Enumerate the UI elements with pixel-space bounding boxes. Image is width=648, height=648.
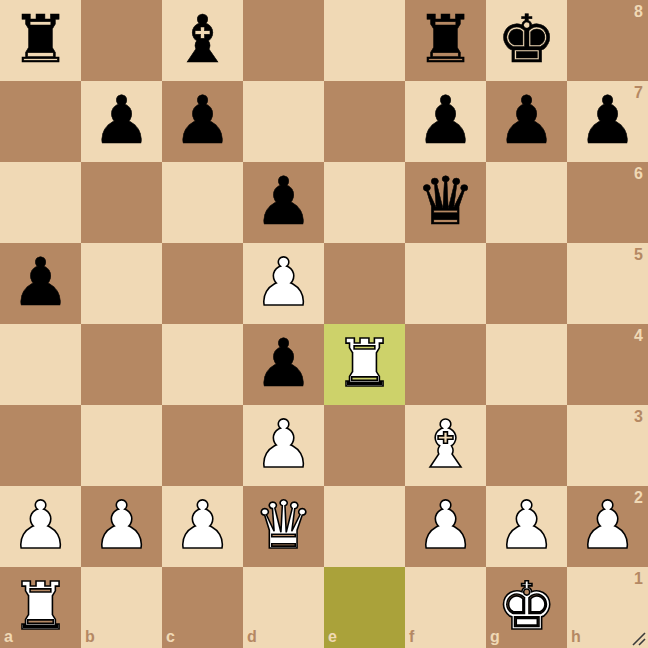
- rank-label-8: 8: [634, 4, 643, 20]
- square-h7[interactable]: ♟7: [567, 81, 648, 162]
- white-queen[interactable]: ♛: [243, 486, 324, 567]
- square-a6[interactable]: [0, 162, 81, 243]
- white-pawn[interactable]: ♟: [486, 486, 567, 567]
- square-g4[interactable]: [486, 324, 567, 405]
- square-b4[interactable]: [81, 324, 162, 405]
- square-a2[interactable]: ♟: [0, 486, 81, 567]
- chess-board[interactable]: ♜♝♜♚8♟♟♟♟♟7♟♛6♟♟5♟♜4♟♝3♟♟♟♛♟♟♟2♜abcdef♚g…: [0, 0, 648, 648]
- file-label-f: f: [409, 629, 414, 645]
- white-pawn[interactable]: ♟: [81, 486, 162, 567]
- square-e6[interactable]: [324, 162, 405, 243]
- white-bishop[interactable]: ♝: [405, 405, 486, 486]
- rank-label-5: 5: [634, 247, 643, 263]
- resize-handle-icon[interactable]: [631, 631, 647, 647]
- white-pawn[interactable]: ♟: [243, 243, 324, 324]
- square-g7[interactable]: ♟: [486, 81, 567, 162]
- black-pawn[interactable]: ♟: [405, 81, 486, 162]
- black-pawn[interactable]: ♟: [243, 162, 324, 243]
- square-f7[interactable]: ♟: [405, 81, 486, 162]
- square-f8[interactable]: ♜: [405, 0, 486, 81]
- white-pawn[interactable]: ♟: [243, 405, 324, 486]
- square-b8[interactable]: [81, 0, 162, 81]
- square-e2[interactable]: [324, 486, 405, 567]
- square-c1[interactable]: c: [162, 567, 243, 648]
- square-h4[interactable]: 4: [567, 324, 648, 405]
- white-rook[interactable]: ♜: [0, 567, 81, 648]
- black-rook[interactable]: ♜: [0, 0, 81, 81]
- square-c3[interactable]: [162, 405, 243, 486]
- square-f6[interactable]: ♛: [405, 162, 486, 243]
- square-e8[interactable]: [324, 0, 405, 81]
- square-g3[interactable]: [486, 405, 567, 486]
- square-h8[interactable]: 8: [567, 0, 648, 81]
- file-label-b: b: [85, 629, 95, 645]
- white-pawn[interactable]: ♟: [162, 486, 243, 567]
- square-a5[interactable]: ♟: [0, 243, 81, 324]
- square-b2[interactable]: ♟: [81, 486, 162, 567]
- square-a3[interactable]: [0, 405, 81, 486]
- square-a1[interactable]: ♜a: [0, 567, 81, 648]
- square-b6[interactable]: [81, 162, 162, 243]
- square-b7[interactable]: ♟: [81, 81, 162, 162]
- square-h3[interactable]: 3: [567, 405, 648, 486]
- square-h2[interactable]: ♟2: [567, 486, 648, 567]
- black-pawn[interactable]: ♟: [81, 81, 162, 162]
- square-c4[interactable]: [162, 324, 243, 405]
- square-d5[interactable]: ♟: [243, 243, 324, 324]
- square-h5[interactable]: 5: [567, 243, 648, 324]
- square-a4[interactable]: [0, 324, 81, 405]
- square-g1[interactable]: ♚g: [486, 567, 567, 648]
- black-pawn[interactable]: ♟: [567, 81, 648, 162]
- square-b1[interactable]: b: [81, 567, 162, 648]
- rank-label-6: 6: [634, 166, 643, 182]
- file-label-c: c: [166, 629, 175, 645]
- file-label-d: d: [247, 629, 257, 645]
- square-f2[interactable]: ♟: [405, 486, 486, 567]
- square-d8[interactable]: [243, 0, 324, 81]
- square-e7[interactable]: [324, 81, 405, 162]
- square-d3[interactable]: ♟: [243, 405, 324, 486]
- black-queen[interactable]: ♛: [405, 162, 486, 243]
- file-label-h: h: [571, 629, 581, 645]
- white-rook[interactable]: ♜: [324, 324, 405, 405]
- square-b5[interactable]: [81, 243, 162, 324]
- square-c5[interactable]: [162, 243, 243, 324]
- square-c2[interactable]: ♟: [162, 486, 243, 567]
- square-g2[interactable]: ♟: [486, 486, 567, 567]
- rank-label-1: 1: [634, 571, 643, 587]
- square-d2[interactable]: ♛: [243, 486, 324, 567]
- black-pawn[interactable]: ♟: [0, 243, 81, 324]
- file-label-e: e: [328, 629, 337, 645]
- square-a7[interactable]: [0, 81, 81, 162]
- black-king[interactable]: ♚: [486, 0, 567, 81]
- square-g5[interactable]: [486, 243, 567, 324]
- square-d4[interactable]: ♟: [243, 324, 324, 405]
- square-f1[interactable]: f: [405, 567, 486, 648]
- square-c7[interactable]: ♟: [162, 81, 243, 162]
- black-pawn[interactable]: ♟: [162, 81, 243, 162]
- white-pawn[interactable]: ♟: [567, 486, 648, 567]
- rank-label-3: 3: [634, 409, 643, 425]
- square-d7[interactable]: [243, 81, 324, 162]
- rank-label-4: 4: [634, 328, 643, 344]
- black-bishop[interactable]: ♝: [162, 0, 243, 81]
- square-d6[interactable]: ♟: [243, 162, 324, 243]
- square-e1[interactable]: e: [324, 567, 405, 648]
- square-b3[interactable]: [81, 405, 162, 486]
- white-pawn[interactable]: ♟: [405, 486, 486, 567]
- square-f5[interactable]: [405, 243, 486, 324]
- square-f4[interactable]: [405, 324, 486, 405]
- square-g6[interactable]: [486, 162, 567, 243]
- black-rook[interactable]: ♜: [405, 0, 486, 81]
- square-e4[interactable]: ♜: [324, 324, 405, 405]
- square-a8[interactable]: ♜: [0, 0, 81, 81]
- white-pawn[interactable]: ♟: [0, 486, 81, 567]
- square-g8[interactable]: ♚: [486, 0, 567, 81]
- square-e5[interactable]: [324, 243, 405, 324]
- square-e3[interactable]: [324, 405, 405, 486]
- square-f3[interactable]: ♝: [405, 405, 486, 486]
- black-pawn[interactable]: ♟: [486, 81, 567, 162]
- white-king[interactable]: ♚: [486, 567, 567, 648]
- square-h6[interactable]: 6: [567, 162, 648, 243]
- black-pawn[interactable]: ♟: [243, 324, 324, 405]
- square-d1[interactable]: d: [243, 567, 324, 648]
- square-c6[interactable]: [162, 162, 243, 243]
- square-c8[interactable]: ♝: [162, 0, 243, 81]
